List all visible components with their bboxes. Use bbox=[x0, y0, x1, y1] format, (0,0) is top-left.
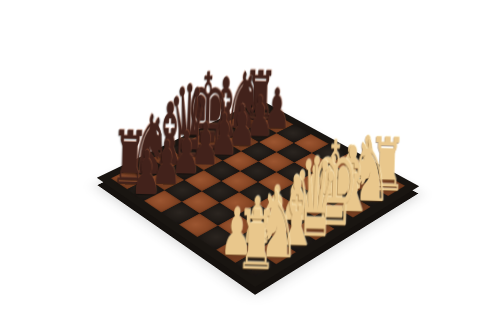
white-rook-glyph: ♜ bbox=[235, 199, 277, 282]
square-a7: ♟ bbox=[127, 179, 164, 201]
chess-set-photo: ♜♞♝♛♚♝♞♜♟♟♟♟♟♟♟♟♟♟♟♟♟♟♟♟♜♞♝♛♚♝♞♜ bbox=[0, 0, 480, 320]
board-tilt: ♜♞♝♛♚♝♞♜♟♟♟♟♟♟♟♟♟♟♟♟♟♟♟♟♜♞♝♛♚♝♞♜ bbox=[97, 99, 419, 287]
square-a1: ♜ bbox=[236, 251, 277, 277]
chessboard: ♜♞♝♛♚♝♞♜♟♟♟♟♟♟♟♟♟♟♟♟♟♟♟♟♜♞♝♛♚♝♞♜ bbox=[97, 99, 419, 287]
